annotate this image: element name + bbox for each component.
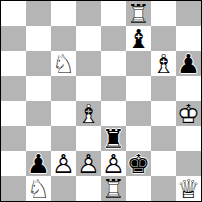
piece-outline-layer: ♗ bbox=[151, 51, 176, 76]
piece-outline-layer: ♘ bbox=[51, 51, 76, 76]
chess-board: ♜♖♝♞♘♝♗♟♝♗♚♔♜♟♟♙♟♙♟♙♚♞♘♜♖♛♕ bbox=[0, 0, 202, 202]
square-h7[interactable] bbox=[176, 26, 201, 51]
piece-outline-layer: ♙ bbox=[76, 151, 101, 176]
piece-outline-layer: ♖ bbox=[126, 1, 151, 26]
square-g4[interactable] bbox=[151, 101, 176, 126]
square-h8[interactable] bbox=[176, 1, 201, 26]
square-f4[interactable] bbox=[126, 101, 151, 126]
square-e4[interactable] bbox=[101, 101, 126, 126]
square-g1[interactable] bbox=[151, 176, 176, 201]
square-h3[interactable] bbox=[176, 126, 201, 151]
square-a1[interactable] bbox=[1, 176, 26, 201]
piece-fill-layer: ♚ bbox=[126, 151, 151, 176]
square-e7[interactable] bbox=[101, 26, 126, 51]
white-queen-icon[interactable]: ♛♕ bbox=[176, 176, 201, 201]
square-b1[interactable]: ♞♘ bbox=[26, 176, 51, 201]
square-h2[interactable] bbox=[176, 151, 201, 176]
square-c7[interactable] bbox=[51, 26, 76, 51]
white-bishop-icon[interactable]: ♝♗ bbox=[151, 51, 176, 76]
square-d7[interactable] bbox=[76, 26, 101, 51]
square-f2[interactable]: ♚ bbox=[126, 151, 151, 176]
square-e5[interactable] bbox=[101, 76, 126, 101]
square-a7[interactable] bbox=[1, 26, 26, 51]
square-d8[interactable] bbox=[76, 1, 101, 26]
square-e8[interactable] bbox=[101, 1, 126, 26]
square-h4[interactable]: ♚♔ bbox=[176, 101, 201, 126]
black-bishop-icon[interactable]: ♝ bbox=[126, 26, 151, 51]
square-d6[interactable] bbox=[76, 51, 101, 76]
square-b8[interactable] bbox=[26, 1, 51, 26]
square-d3[interactable] bbox=[76, 126, 101, 151]
white-pawn-icon[interactable]: ♟♙ bbox=[101, 151, 126, 176]
piece-fill-layer: ♝ bbox=[126, 26, 151, 51]
square-e1[interactable]: ♜♖ bbox=[101, 176, 126, 201]
square-a4[interactable] bbox=[1, 101, 26, 126]
square-a6[interactable] bbox=[1, 51, 26, 76]
square-a3[interactable] bbox=[1, 126, 26, 151]
square-e6[interactable] bbox=[101, 51, 126, 76]
square-c4[interactable] bbox=[51, 101, 76, 126]
white-rook-icon[interactable]: ♜♖ bbox=[126, 1, 151, 26]
square-b5[interactable] bbox=[26, 76, 51, 101]
square-d4[interactable]: ♝♗ bbox=[76, 101, 101, 126]
square-a8[interactable] bbox=[1, 1, 26, 26]
square-b2[interactable]: ♟ bbox=[26, 151, 51, 176]
square-b4[interactable] bbox=[26, 101, 51, 126]
square-a5[interactable] bbox=[1, 76, 26, 101]
black-pawn-icon[interactable]: ♟ bbox=[26, 151, 51, 176]
white-bishop-icon[interactable]: ♝♗ bbox=[76, 101, 101, 126]
square-b3[interactable] bbox=[26, 126, 51, 151]
piece-outline-layer: ♔ bbox=[176, 101, 201, 126]
square-c3[interactable] bbox=[51, 126, 76, 151]
square-f6[interactable] bbox=[126, 51, 151, 76]
square-g8[interactable] bbox=[151, 1, 176, 26]
piece-outline-layer: ♖ bbox=[101, 176, 126, 201]
square-d2[interactable]: ♟♙ bbox=[76, 151, 101, 176]
piece-fill-layer: ♜ bbox=[101, 126, 126, 151]
square-c6[interactable]: ♞♘ bbox=[51, 51, 76, 76]
square-c8[interactable] bbox=[51, 1, 76, 26]
square-f7[interactable]: ♝ bbox=[126, 26, 151, 51]
square-g5[interactable] bbox=[151, 76, 176, 101]
square-b7[interactable] bbox=[26, 26, 51, 51]
piece-fill-layer: ♟ bbox=[176, 51, 201, 76]
square-f3[interactable] bbox=[126, 126, 151, 151]
black-king-icon[interactable]: ♚ bbox=[126, 151, 151, 176]
square-c2[interactable]: ♟♙ bbox=[51, 151, 76, 176]
square-e2[interactable]: ♟♙ bbox=[101, 151, 126, 176]
square-g7[interactable] bbox=[151, 26, 176, 51]
white-pawn-icon[interactable]: ♟♙ bbox=[76, 151, 101, 176]
black-rook-icon[interactable]: ♜ bbox=[101, 126, 126, 151]
white-knight-icon[interactable]: ♞♘ bbox=[51, 51, 76, 76]
white-king-icon[interactable]: ♚♔ bbox=[176, 101, 201, 126]
square-d5[interactable] bbox=[76, 76, 101, 101]
square-a2[interactable] bbox=[1, 151, 26, 176]
black-pawn-icon[interactable]: ♟ bbox=[176, 51, 201, 76]
piece-outline-layer: ♗ bbox=[76, 101, 101, 126]
white-rook-icon[interactable]: ♜♖ bbox=[101, 176, 126, 201]
square-d1[interactable] bbox=[76, 176, 101, 201]
square-h5[interactable] bbox=[176, 76, 201, 101]
square-g3[interactable] bbox=[151, 126, 176, 151]
square-g2[interactable] bbox=[151, 151, 176, 176]
white-pawn-icon[interactable]: ♟♙ bbox=[51, 151, 76, 176]
piece-outline-layer: ♙ bbox=[101, 151, 126, 176]
piece-outline-layer: ♕ bbox=[176, 176, 201, 201]
square-g6[interactable]: ♝♗ bbox=[151, 51, 176, 76]
square-b6[interactable] bbox=[26, 51, 51, 76]
square-f5[interactable] bbox=[126, 76, 151, 101]
square-c1[interactable] bbox=[51, 176, 76, 201]
square-f8[interactable]: ♜♖ bbox=[126, 1, 151, 26]
piece-outline-layer: ♘ bbox=[26, 176, 51, 201]
square-e3[interactable]: ♜ bbox=[101, 126, 126, 151]
square-c5[interactable] bbox=[51, 76, 76, 101]
square-h6[interactable]: ♟ bbox=[176, 51, 201, 76]
square-f1[interactable] bbox=[126, 176, 151, 201]
piece-outline-layer: ♙ bbox=[51, 151, 76, 176]
white-knight-icon[interactable]: ♞♘ bbox=[26, 176, 51, 201]
square-h1[interactable]: ♛♕ bbox=[176, 176, 201, 201]
piece-fill-layer: ♟ bbox=[26, 151, 51, 176]
